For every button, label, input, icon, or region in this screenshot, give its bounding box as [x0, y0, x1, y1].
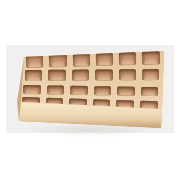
product-photo-scene: [0, 0, 180, 180]
compartment-r3-c1: [23, 85, 41, 94]
compartment-r2-c3: [71, 69, 88, 80]
pit-row-2: [25, 69, 159, 81]
compartment-r2-c4: [95, 69, 112, 80]
compartment-r2-c6: [142, 69, 159, 80]
compartment-r1-c6: [142, 51, 160, 64]
compartment-r3-c4: [94, 86, 112, 95]
compartment-r1-c1: [26, 54, 44, 67]
compartment-r1-c4: [96, 52, 114, 65]
wooden-tray-board: [17, 49, 165, 131]
compartment-r3-c3: [70, 85, 88, 94]
pit-row-3: [23, 85, 158, 96]
compartment-r3-c6: [141, 86, 159, 95]
compartment-r2-c1: [25, 69, 42, 80]
compartment-r1-c2: [49, 53, 67, 66]
compartment-r4-c6: [140, 101, 158, 109]
pit-row-1: [26, 51, 160, 67]
compartment-r2-c2: [48, 69, 65, 80]
compartment-r1-c3: [72, 53, 90, 66]
compartment-r3-c2: [47, 85, 65, 94]
compartment-r1-c5: [119, 51, 137, 64]
compartment-r2-c5: [118, 69, 135, 80]
compartment-r3-c5: [117, 86, 135, 95]
